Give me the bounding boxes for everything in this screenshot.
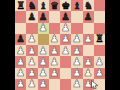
piece-black-knight[interactable]: ♞ [27, 0, 36, 10]
piece-white-pawn[interactable]: ♟ [95, 68, 104, 78]
square-a3[interactable]: ♟ [15, 56, 26, 67]
piece-white-pawn[interactable]: ♟ [27, 45, 36, 55]
square-h2[interactable]: ♟ [94, 68, 105, 79]
square-b2[interactable]: ♟ [26, 68, 37, 79]
piece-white-pawn[interactable]: ♟ [39, 68, 48, 78]
square-e3[interactable] [60, 56, 71, 67]
square-b4[interactable]: ♟ [26, 45, 37, 56]
square-f2[interactable]: ♟ [71, 68, 82, 79]
piece-white-pawn[interactable]: ♟ [27, 34, 36, 44]
square-f8[interactable]: ♝ [71, 0, 82, 11]
piece-white-pawn[interactable]: ♟ [27, 68, 36, 78]
square-f5[interactable]: ♟ [71, 34, 82, 45]
square-g2[interactable]: ♟ [83, 68, 94, 79]
square-a8[interactable]: ♜ [15, 0, 26, 11]
mouse-cursor-icon [91, 80, 99, 90]
square-b6[interactable] [26, 23, 37, 34]
piece-black-bishop[interactable]: ♝ [72, 0, 81, 10]
piece-white-pawn[interactable]: ♟ [16, 45, 25, 55]
square-c6[interactable]: ♟ [38, 23, 49, 34]
piece-black-rook[interactable]: ♜ [16, 0, 25, 10]
piece-white-pawn[interactable]: ♟ [72, 79, 81, 89]
piece-black-pawn[interactable]: ♟ [27, 12, 36, 22]
piece-black-pawn[interactable]: ♟ [84, 12, 93, 22]
piece-white-pawn[interactable]: ♟ [39, 23, 48, 33]
square-f1[interactable]: ♟ [71, 79, 82, 90]
square-d3[interactable]: ♟ [49, 56, 60, 67]
square-h5[interactable]: ♜ [94, 34, 105, 45]
square-d5[interactable]: ♟ [49, 34, 60, 45]
square-g8[interactable]: ♞ [83, 0, 94, 11]
square-g4[interactable] [83, 45, 94, 56]
square-e5[interactable]: ♟ [60, 34, 71, 45]
piece-white-pawn[interactable]: ♟ [61, 45, 70, 55]
square-b3[interactable]: ♟ [26, 56, 37, 67]
square-d6[interactable] [49, 23, 60, 34]
square-f3[interactable]: ♟ [71, 56, 82, 67]
square-e8[interactable]: ♚ [60, 0, 71, 11]
square-a4[interactable]: ♟ [15, 45, 26, 56]
chess-board[interactable]: ♜♞♝♛♚♝♞♟♟♟♟♟♟♟♟♟♟♟♟♜♟♟♟♟♟♟♟♟♟♟♟♟♟♟♟♟♟♟♟♟… [15, 0, 105, 90]
square-g3[interactable]: ♟ [83, 56, 94, 67]
square-b1[interactable]: ♟ [26, 79, 37, 90]
square-f6[interactable] [71, 23, 82, 34]
piece-white-pawn[interactable]: ♟ [84, 57, 93, 67]
piece-white-pawn[interactable]: ♟ [27, 57, 36, 67]
square-h8[interactable] [94, 0, 105, 11]
piece-black-bishop[interactable]: ♝ [39, 0, 48, 10]
square-h7[interactable] [94, 11, 105, 22]
square-e7[interactable]: ♟ [60, 11, 71, 22]
square-c1[interactable]: ♟ [38, 79, 49, 90]
piece-white-pawn[interactable]: ♟ [50, 34, 59, 44]
piece-white-pawn[interactable]: ♟ [61, 34, 70, 44]
piece-white-pawn[interactable]: ♟ [72, 68, 81, 78]
square-c5[interactable] [38, 34, 49, 45]
square-a2[interactable]: ♟ [15, 68, 26, 79]
square-g7[interactable]: ♟ [83, 11, 94, 22]
square-d2[interactable]: ♟ [49, 68, 60, 79]
square-h6[interactable] [94, 23, 105, 34]
square-e4[interactable]: ♟ [60, 45, 71, 56]
piece-white-pawn[interactable]: ♟ [16, 68, 25, 78]
square-e6[interactable]: ♟ [60, 23, 71, 34]
square-e1[interactable] [60, 79, 71, 90]
piece-white-pawn[interactable]: ♟ [50, 57, 59, 67]
video-frame: ♜♞♝♛♚♝♞♟♟♟♟♟♟♟♟♟♟♟♟♜♟♟♟♟♟♟♟♟♟♟♟♟♟♟♟♟♟♟♟♟… [0, 0, 120, 90]
piece-black-pawn[interactable]: ♟ [39, 12, 48, 22]
square-d4[interactable]: ♟ [49, 45, 60, 56]
piece-black-pawn[interactable]: ♟ [61, 12, 70, 22]
square-c4[interactable]: ♟ [38, 45, 49, 56]
piece-white-pawn[interactable]: ♟ [61, 23, 70, 33]
piece-white-pawn[interactable]: ♟ [95, 57, 104, 67]
letterbox-left [0, 0, 15, 90]
piece-black-queen[interactable]: ♛ [50, 0, 59, 10]
piece-black-knight[interactable]: ♞ [84, 0, 93, 10]
piece-white-pawn[interactable]: ♟ [84, 34, 93, 44]
square-h4[interactable] [94, 45, 105, 56]
letterbox-right [105, 0, 120, 90]
square-c7[interactable]: ♟ [38, 11, 49, 22]
square-b8[interactable]: ♞ [26, 0, 37, 11]
square-a6[interactable] [15, 23, 26, 34]
square-b7[interactable]: ♟ [26, 11, 37, 22]
piece-white-pawn[interactable]: ♟ [16, 57, 25, 67]
piece-white-pawn[interactable]: ♟ [39, 57, 48, 67]
piece-white-pawn[interactable]: ♟ [39, 45, 48, 55]
piece-white-pawn[interactable]: ♟ [39, 79, 48, 89]
square-g6[interactable] [83, 23, 94, 34]
square-b5[interactable]: ♟ [26, 34, 37, 45]
square-d1[interactable] [49, 79, 60, 90]
square-h3[interactable]: ♟ [94, 56, 105, 67]
piece-black-king[interactable]: ♚ [61, 0, 70, 10]
square-a1[interactable]: ♟ [15, 79, 26, 90]
square-c2[interactable]: ♟ [38, 68, 49, 79]
square-d7[interactable] [49, 11, 60, 22]
piece-white-pawn[interactable]: ♟ [72, 45, 81, 55]
square-f4[interactable]: ♟ [71, 45, 82, 56]
square-d8[interactable]: ♛ [49, 0, 60, 11]
square-a7[interactable] [15, 11, 26, 22]
square-g5[interactable]: ♟ [83, 34, 94, 45]
piece-white-pawn[interactable]: ♟ [72, 57, 81, 67]
piece-white-pawn[interactable]: ♟ [50, 68, 59, 78]
piece-white-pawn[interactable]: ♟ [72, 34, 81, 44]
square-e2[interactable] [60, 68, 71, 79]
piece-white-pawn[interactable]: ♟ [50, 45, 59, 55]
piece-black-pawn[interactable]: ♟ [16, 34, 25, 44]
piece-white-pawn[interactable]: ♟ [84, 68, 93, 78]
square-c3[interactable]: ♟ [38, 56, 49, 67]
piece-black-rook[interactable]: ♜ [95, 34, 104, 44]
square-c8[interactable]: ♝ [38, 0, 49, 11]
piece-white-pawn[interactable]: ♟ [16, 79, 25, 89]
square-a5[interactable]: ♟ [15, 34, 26, 45]
piece-white-pawn[interactable]: ♟ [27, 79, 36, 89]
square-f7[interactable] [71, 11, 82, 22]
